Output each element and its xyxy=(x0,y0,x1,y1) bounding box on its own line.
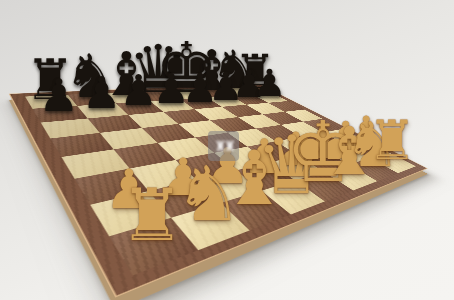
watermark-logo: ♜♜ xyxy=(208,131,239,161)
chess-board xyxy=(9,84,428,298)
watermark-chess-pieces-icon: ♜♜ xyxy=(214,139,233,153)
scene: ♜♞♝♛♚♝♞♜♟♟♟♟♟♟♟♟♟♟♟♟♟♟♟♟♜♞♝♛♚♝♞♜ ♜♜ xyxy=(0,0,454,300)
